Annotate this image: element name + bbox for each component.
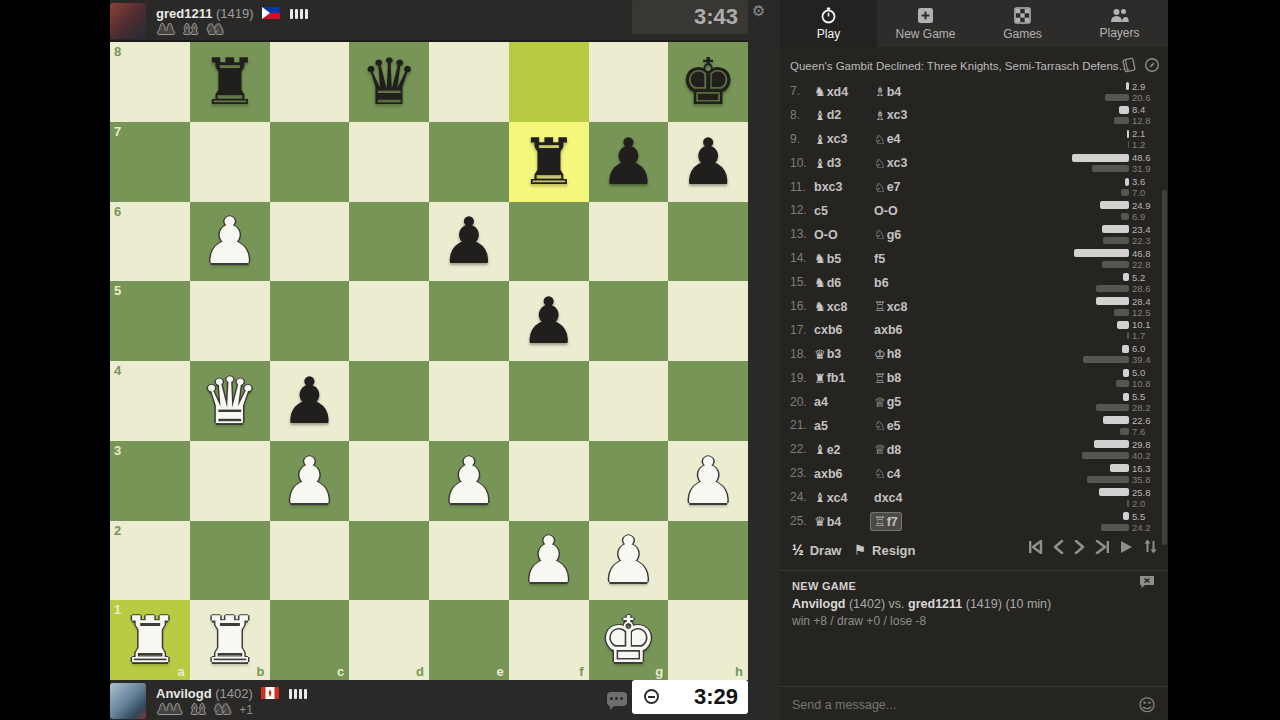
white-move-22[interactable]: ♝e2 [810,440,845,459]
white-move-10[interactable]: ♝d3 [810,154,845,173]
file-label-f: f [579,664,583,679]
white-king-g1[interactable]: ♚ [589,600,669,680]
w-time-value: 48.6 [1132,152,1160,163]
w-time-bar [1096,297,1129,305]
move-text: f5 [874,252,885,266]
tab-players[interactable]: Players [1071,0,1168,47]
square-h7[interactable]: ♟ [668,122,748,202]
b-time-bar [1101,524,1129,531]
top-player-rating: (1419) [216,6,254,21]
black-move-25[interactable]: ♖f7 [870,512,902,531]
white-move-20[interactable]: a4 [810,393,832,412]
move-text: xc3 [887,108,908,122]
square-a5[interactable]: 5 [110,281,190,361]
black-move-17[interactable]: axb6 [870,321,907,340]
square-c8[interactable] [270,42,350,122]
move-row-17: 17.cxb6axb610.11.7 [780,319,1168,343]
move-text: b8 [887,371,902,385]
w-time-value: 3.6 [1132,176,1160,187]
black-knight-move-icon: ♘ [874,156,886,171]
panel-tabs: PlayNew GameGamesPlayers [780,0,1168,47]
square-c6[interactable] [270,202,350,282]
move-nav-buttons [1028,539,1158,554]
black-move-8[interactable]: ♗xc3 [870,106,912,125]
square-h2[interactable] [668,521,748,601]
move-row-9: 9.♝xc3♘e42.11.2 [780,128,1168,152]
tab-new-game[interactable]: New Game [877,0,974,47]
b-time-value: 1.7 [1132,330,1160,341]
move-text: e4 [887,132,901,146]
black-move-9[interactable]: ♘e4 [870,130,905,149]
clock-icon [644,689,659,704]
move-row-12: 12.c5O-O24.96.9 [780,199,1168,223]
bottom-player-avatar[interactable] [110,683,146,719]
black-move-15[interactable]: b6 [870,273,893,292]
rank-label-8: 8 [114,44,121,59]
draw-button[interactable]: ½ Draw [792,542,841,558]
move-row-7: 7.♞xd4♗b42.920.6 [780,80,1168,104]
black-rook-b8[interactable]: ♜ [190,42,270,122]
white-pawn-e3[interactable]: ♟ [429,441,509,521]
w-time-value: 5.2 [1132,272,1160,283]
black-rook-f7[interactable]: ♜ [509,122,589,202]
black-move-18[interactable]: ♔h8 [870,345,905,364]
square-e7[interactable] [429,122,509,202]
rank-label-7: 7 [114,124,121,139]
move-row-21: 21.a5♘e522.67.6 [780,414,1168,438]
move-text: g5 [887,395,902,409]
square-b1[interactable]: b♜ [190,600,270,680]
w-time-bar [1099,488,1129,496]
move-text: O-O [814,228,838,242]
white-move-17[interactable]: cxb6 [810,321,847,340]
w-time-bar [1127,130,1129,138]
square-d2[interactable] [349,521,429,601]
square-g7[interactable]: ♟ [589,122,669,202]
chat-input-row: ☺ [792,695,1156,715]
white-bishop-move-icon: ♝ [814,108,826,123]
move-text: fb1 [827,371,846,385]
move-text: b5 [827,252,842,266]
square-g3[interactable] [589,441,669,521]
move-row-14: 14.♞b5f546.822.8 [780,247,1168,271]
square-d4[interactable] [349,361,429,441]
square-a8[interactable]: 8 [110,42,190,122]
section-divider [780,570,1168,571]
square-c4[interactable]: ♟ [270,361,350,441]
black-king-h8[interactable]: ♚ [668,42,748,122]
square-h6[interactable] [668,202,748,282]
white-move-8[interactable]: ♝d2 [810,106,845,125]
w-time-value: 24.9 [1132,200,1160,211]
move-list: 7.♞xd4♗b42.920.68.♝d2♗xc38.412.89.♝xc3♘e… [780,80,1168,534]
square-f4[interactable] [509,361,589,441]
square-b6[interactable]: ♟ [190,202,270,282]
game-controls: ½ Draw ⚑ Resign [780,536,1168,564]
rank-label-5: 5 [114,283,121,298]
black-move-10[interactable]: ♘xc3 [870,154,912,173]
square-d3[interactable] [349,441,429,521]
move-time-bars: 48.631.9 [1050,153,1160,174]
square-c7[interactable] [270,122,350,202]
black-bishop-move-icon: ♗ [874,108,886,123]
b-time-value: 20.6 [1132,92,1160,103]
w-time-bar [1122,345,1129,353]
white-move-9[interactable]: ♝xc3 [810,130,852,149]
flip-board-button[interactable] [1143,539,1158,554]
b-time-value: 7.0 [1132,187,1160,198]
black-move-21[interactable]: ♘e5 [870,416,905,435]
move-text: b4 [827,515,842,529]
b-time-bar [1083,356,1129,363]
white-move-13[interactable]: O-O [810,225,842,244]
square-h3[interactable]: ♟ [668,441,748,521]
black-move-13[interactable]: ♘g6 [870,225,905,244]
move-text: O-O [874,204,898,218]
square-b7[interactable] [190,122,270,202]
move-time-bars: 5.528.2 [1050,392,1160,413]
white-move-23[interactable]: axb6 [810,464,847,483]
square-d1[interactable]: d [349,600,429,680]
move-time-bars: 5.524.2 [1050,511,1160,532]
b-time-value: 6.9 [1132,211,1160,222]
square-c1[interactable]: c [270,600,350,680]
black-queen-d8[interactable]: ♛ [349,42,429,122]
square-e2[interactable] [429,521,509,601]
black-pawn-c4[interactable]: ♟ [270,361,350,441]
square-d7[interactable] [349,122,429,202]
square-f2[interactable]: ♟ [509,521,589,601]
top-player-clock: 3:43 [632,0,748,34]
move-text: e2 [827,443,841,457]
w-time-value: 8.4 [1132,104,1160,115]
white-move-7[interactable]: ♞xd4 [810,82,852,101]
half-point-icon: ½ [792,542,804,558]
b-time-value: 28.2 [1132,402,1160,413]
side-panel: PlayNew GameGamesPlayers Queen's Gambit … [780,0,1168,720]
square-g2[interactable]: ♟ [589,521,669,601]
w-time-bar [1103,416,1129,424]
chat-message-input[interactable] [792,698,1138,712]
move-text: xc8 [887,300,908,314]
w-time-bar [1123,512,1129,520]
white-move-14[interactable]: ♞b5 [810,249,845,268]
square-f3[interactable] [509,441,589,521]
tab-games[interactable]: Games [974,0,1071,47]
white-rook-a1[interactable]: ♜ [110,600,190,680]
square-b4[interactable]: ♛ [190,361,270,441]
b-time-value: 2.0 [1132,498,1160,509]
square-g4[interactable] [589,361,669,441]
square-e3[interactable]: ♟ [429,441,509,521]
black-knight-move-icon: ♘ [874,466,886,481]
square-f1[interactable]: f [509,600,589,680]
black-move-11[interactable]: ♘e7 [870,178,905,197]
b-time-value: 10.8 [1132,378,1160,389]
white-knight-move-icon: ♞ [814,84,826,99]
white-bishop-move-icon: ♝ [814,490,826,505]
go-to-start-button[interactable] [1028,540,1043,554]
move-text: d6 [827,276,842,290]
black-pawn-f5[interactable]: ♟ [509,281,589,361]
black-knight-move-icon: ♘ [874,227,886,242]
file-label-d: d [416,664,424,679]
b-time-bar [1105,94,1129,101]
square-f8[interactable] [509,42,589,122]
w-time-value: 16.3 [1132,463,1160,474]
black-pawn-h7[interactable]: ♟ [668,122,748,202]
move-row-15: 15.♞d6b65.228.6 [780,271,1168,295]
file-label-h: h [735,664,743,679]
square-e5[interactable] [429,281,509,361]
white-pawn-c3[interactable]: ♟ [270,441,350,521]
black-move-23[interactable]: ♘c4 [870,464,905,483]
w-time-value: 2.9 [1132,81,1160,92]
move-text: d8 [887,443,902,457]
square-g6[interactable] [589,202,669,282]
quick-chat-icon[interactable] [607,692,627,706]
b-time-value: 22.8 [1132,259,1160,270]
white-queen-move-icon: ♛ [814,347,826,362]
square-a2[interactable]: 2 [110,521,190,601]
square-a4[interactable]: 4 [110,361,190,441]
square-c2[interactable] [270,521,350,601]
rank-label-6: 6 [114,204,121,219]
w-time-value: 23.4 [1132,224,1160,235]
resign-button[interactable]: ⚑ Resign [853,542,915,558]
square-g5[interactable] [589,281,669,361]
white-bishop-move-icon: ♝ [814,132,826,147]
black-move-16[interactable]: ♖xc8 [870,297,912,316]
black-pawn-g7[interactable]: ♟ [589,122,669,202]
move-row-25: 25.♛b4♖f75.524.2 [780,510,1168,534]
square-a3[interactable]: 3 [110,441,190,521]
black-move-7[interactable]: ♗b4 [870,82,905,101]
new-game-matchup: Anvilogd (1402) vs. gred1211 (1419) (10 … [792,597,1132,611]
w-time-value: 25.8 [1132,487,1160,498]
move-list-scrollbar[interactable] [1162,190,1167,545]
white-move-12[interactable]: c5 [810,201,832,220]
square-f5[interactable]: ♟ [509,281,589,361]
w-time-bar [1125,178,1129,186]
new-game-title: NEW GAME [792,580,1132,592]
square-a6[interactable]: 6 [110,202,190,282]
move-row-18: 18.♛b3♔h86.039.4 [780,343,1168,367]
chat-divider [780,686,1168,687]
black-pawn-e6[interactable]: ♟ [429,202,509,282]
square-g1[interactable]: g♚ [589,600,669,680]
go-to-end-button[interactable] [1095,540,1110,554]
square-h8[interactable]: ♚ [668,42,748,122]
w-time-value: 5.5 [1132,511,1160,522]
move-text: b3 [827,347,842,361]
move-text: g6 [887,228,902,242]
tab-label: Games [1003,27,1042,41]
tab-play[interactable]: Play [780,0,877,47]
move-row-8: 8.♝d2♗xc38.412.8 [780,104,1168,128]
app-stage: gred1211 (1419) ♟♟ ♝♝ ♞♞ 3:43 ⚙ 8♜♛♚7♜♟♟… [110,0,1168,720]
stopwatch-icon [820,7,837,24]
move-text: a4 [814,395,828,409]
white-move-25[interactable]: ♛b4 [810,512,845,531]
square-d8[interactable]: ♛ [349,42,429,122]
top-player-captured-pieces: ♟♟ ♝♝ ♞♞ [156,20,230,38]
move-text: bxc3 [814,180,843,194]
move-text: xd4 [827,85,849,99]
black-king-move-icon: ♔ [874,347,886,362]
square-d5[interactable] [349,281,429,361]
chat-muted-icon[interactable] [1138,574,1156,594]
white-move-16[interactable]: ♞xc8 [810,297,852,316]
square-f7[interactable]: ♜ [509,122,589,202]
b-time-bar [1128,141,1130,148]
opening-name: Queen's Gambit Declined: Three Knights, … [790,60,1134,72]
move-time-bars: 3.67.0 [1050,177,1160,198]
square-b3[interactable] [190,441,270,521]
move-row-22: 22.♝e2♕d829.840.2 [780,438,1168,462]
w-time-bar [1119,106,1129,114]
w-time-value: 10.1 [1132,319,1160,330]
square-g8[interactable] [589,42,669,122]
rank-label-3: 3 [114,443,121,458]
white-pawn-f2[interactable]: ♟ [509,521,589,601]
previous-move-button[interactable] [1053,540,1064,554]
white-queen-move-icon: ♛ [814,514,826,529]
b-time-bar [1127,500,1129,507]
white-move-24[interactable]: ♝xc4 [810,488,852,507]
square-c3[interactable]: ♟ [270,441,350,521]
square-e1[interactable]: e [429,600,509,680]
top-player-bar: gred1211 (1419) ♟♟ ♝♝ ♞♞ 3:43 ⚙ [110,0,748,40]
white-move-21[interactable]: a5 [810,416,832,435]
w-time-value: 2.1 [1132,128,1160,139]
w-time-value: 5.0 [1132,367,1160,378]
autoplay-button[interactable] [1120,540,1133,554]
black-rook-move-icon: ♖ [874,514,886,529]
move-time-bars: 16.335.8 [1050,463,1160,484]
white-move-19[interactable]: ♜fb1 [810,369,849,388]
black-move-12[interactable]: O-O [870,201,902,220]
move-text: xc4 [827,491,848,505]
b-time-bar [1116,380,1129,387]
move-text: f7 [887,515,898,529]
move-row-13: 13.O-O♘g623.422.3 [780,223,1168,247]
move-row-20: 20.a4♕g55.528.2 [780,391,1168,415]
rating-odds: win +8 / draw +0 / lose -8 [792,614,1132,628]
black-move-19[interactable]: ♖b8 [870,369,905,388]
white-bishop-move-icon: ♝ [814,156,826,171]
move-time-bars: 2.920.6 [1050,81,1160,102]
square-b8[interactable]: ♜ [190,42,270,122]
w-time-bar [1102,225,1129,233]
move-row-23: 23.axb6♘c416.335.8 [780,462,1168,486]
white-bishop-move-icon: ♝ [814,442,826,457]
w-time-bar [1117,321,1129,329]
black-move-20[interactable]: ♕g5 [870,393,905,412]
move-time-bars: 2.11.2 [1050,129,1160,150]
square-e8[interactable] [429,42,509,122]
b-time-bar [1127,332,1129,339]
white-move-11[interactable]: bxc3 [810,178,847,197]
w-time-value: 22.6 [1132,415,1160,426]
square-d6[interactable] [349,202,429,282]
white-pawn-g2[interactable]: ♟ [589,521,669,601]
move-text: cxb6 [814,323,843,337]
black-move-22[interactable]: ♕d8 [870,440,905,459]
square-e6[interactable]: ♟ [429,202,509,282]
white-rook-move-icon: ♜ [814,371,826,386]
b-time-bar [1096,285,1129,292]
next-move-button[interactable] [1074,540,1085,554]
opening-row: Queen's Gambit Declined: Three Knights, … [780,53,1168,79]
w-time-bar [1110,464,1129,472]
move-row-24: 24.♝xc4dxc425.82.0 [780,486,1168,510]
black-move-24[interactable]: dxc4 [870,488,907,507]
white-pawn-b6[interactable]: ♟ [190,202,270,282]
w-time-bar [1126,82,1129,90]
top-player-avatar[interactable] [110,3,146,39]
settings-gear-icon[interactable]: ⚙ [752,2,765,20]
white-pawn-h3[interactable]: ♟ [668,441,748,521]
emoji-smiley-icon[interactable]: ☺ [1138,695,1156,715]
b-time-value: 39.4 [1132,354,1160,365]
bottom-player-rating: (1402) [215,686,253,701]
move-text: e5 [887,419,901,433]
move-time-bars: 5.228.6 [1050,272,1160,293]
white-rook-b1[interactable]: ♜ [190,600,270,680]
white-queen-b4[interactable]: ♛ [190,361,270,441]
square-h4[interactable] [668,361,748,441]
square-h5[interactable] [668,281,748,361]
bottom-player-clock: 3:29 [632,680,748,714]
black-move-14[interactable]: f5 [870,249,889,268]
w-time-bar [1123,393,1129,401]
move-time-bars: 29.840.2 [1050,439,1160,460]
opening-book-icon[interactable] [1121,57,1137,77]
w-time-bar [1123,369,1129,377]
black-bishop-move-icon: ♗ [874,84,886,99]
connection-signal-icon [289,687,309,702]
move-text: axb6 [814,467,843,481]
square-b5[interactable] [190,281,270,361]
square-a1[interactable]: 1a♜ [110,600,190,680]
b-time-bar [1114,117,1129,124]
move-text: h8 [887,347,902,361]
move-text: xc3 [887,156,908,170]
square-a7[interactable]: 7 [110,122,190,202]
move-text: c4 [887,467,901,481]
black-knight-move-icon: ♘ [874,180,886,195]
square-c5[interactable] [270,281,350,361]
black-queen-move-icon: ♕ [874,442,886,457]
b-time-value: 12.8 [1132,115,1160,126]
w-time-value: 6.0 [1132,343,1160,354]
move-text: b4 [887,85,902,99]
checkerboard-icon [1014,7,1031,24]
white-move-15[interactable]: ♞d6 [810,273,845,292]
square-e4[interactable] [429,361,509,441]
b-time-value: 1.2 [1132,139,1160,150]
philippines-flag-icon [262,7,280,22]
square-f6[interactable] [509,202,589,282]
move-text: dxc4 [874,491,903,505]
square-h1[interactable]: h [668,600,748,680]
white-move-18[interactable]: ♛b3 [810,345,845,364]
new-game-section: NEW GAME Anvilogd (1402) vs. gred1211 (1… [792,580,1132,628]
explorer-compass-icon[interactable] [1144,57,1160,77]
file-label-e: e [497,664,504,679]
square-b2[interactable] [190,521,270,601]
